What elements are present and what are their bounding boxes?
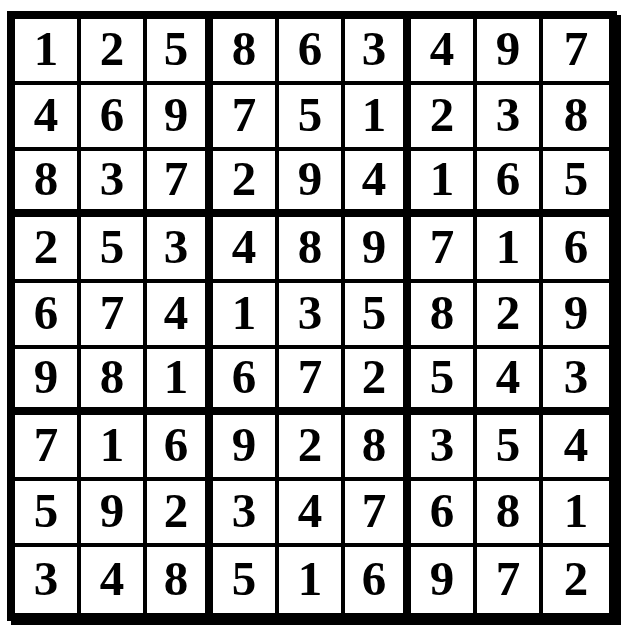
cell-r8c5[interactable]: 4 xyxy=(279,481,345,547)
cell-digit: 9 xyxy=(430,554,455,603)
cell-digit: 6 xyxy=(164,420,189,469)
cell-r8c7[interactable]: 6 xyxy=(411,481,477,547)
cell-digit: 4 xyxy=(362,154,387,203)
cell-digit: 2 xyxy=(496,288,521,337)
cell-digit: 1 xyxy=(298,554,323,603)
cell-r2c5[interactable]: 5 xyxy=(279,85,345,151)
cell-digit: 4 xyxy=(34,90,59,139)
cell-digit: 2 xyxy=(564,554,589,603)
cell-digit: 5 xyxy=(362,288,387,337)
cell-digit: 1 xyxy=(430,154,455,203)
cell-digit: 3 xyxy=(496,90,521,139)
cell-r5c4[interactable]: 1 xyxy=(213,283,279,349)
cell-digit: 7 xyxy=(100,288,125,337)
cell-digit: 1 xyxy=(100,420,125,469)
cell-r3c7[interactable]: 1 xyxy=(411,151,477,217)
cell-digit: 3 xyxy=(232,486,257,535)
cell-digit: 4 xyxy=(232,222,257,271)
cell-digit: 9 xyxy=(362,222,387,271)
cell-digit: 4 xyxy=(298,486,323,535)
cell-r2c1[interactable]: 4 xyxy=(15,85,81,151)
cell-digit: 9 xyxy=(298,154,323,203)
cell-digit: 3 xyxy=(100,154,125,203)
cell-digit: 6 xyxy=(298,24,323,73)
cell-r8c3[interactable]: 2 xyxy=(147,481,213,547)
cell-digit: 8 xyxy=(232,24,257,73)
cell-digit: 4 xyxy=(496,352,521,401)
cell-r2c8[interactable]: 3 xyxy=(477,85,543,151)
cell-digit: 8 xyxy=(496,486,521,535)
cell-r6c5[interactable]: 7 xyxy=(279,349,345,415)
cell-digit: 8 xyxy=(362,420,387,469)
cell-digit: 2 xyxy=(34,222,59,271)
cell-r6c6[interactable]: 2 xyxy=(345,349,411,415)
cell-r4c2[interactable]: 5 xyxy=(81,217,147,283)
cell-digit: 8 xyxy=(164,554,189,603)
cell-digit: 3 xyxy=(430,420,455,469)
cell-digit: 7 xyxy=(362,486,387,535)
cell-r5c6[interactable]: 5 xyxy=(345,283,411,349)
cell-r6c2[interactable]: 8 xyxy=(81,349,147,415)
cell-digit: 6 xyxy=(564,222,589,271)
cell-r6c1[interactable]: 9 xyxy=(15,349,81,415)
cell-digit: 3 xyxy=(298,288,323,337)
cell-digit: 5 xyxy=(496,420,521,469)
cell-r9c4[interactable]: 5 xyxy=(213,547,279,613)
cell-r9c8[interactable]: 7 xyxy=(477,547,543,613)
cell-digit: 5 xyxy=(100,222,125,271)
cell-digit: 7 xyxy=(164,154,189,203)
cell-digit: 2 xyxy=(430,90,455,139)
cell-r1c3[interactable]: 5 xyxy=(147,19,213,85)
cell-r2c7[interactable]: 2 xyxy=(411,85,477,151)
cell-digit: 3 xyxy=(34,554,59,603)
cell-r2c9[interactable]: 8 xyxy=(543,85,609,151)
cell-r8c9[interactable]: 1 xyxy=(543,481,609,547)
cell-r8c2[interactable]: 9 xyxy=(81,481,147,547)
cell-digit: 5 xyxy=(232,554,257,603)
sudoku-board: 1258634974697512388372941652534897166741… xyxy=(7,11,617,621)
cell-r9c5[interactable]: 1 xyxy=(279,547,345,613)
cell-r7c6[interactable]: 8 xyxy=(345,415,411,481)
cell-r7c3[interactable]: 6 xyxy=(147,415,213,481)
cell-r8c8[interactable]: 8 xyxy=(477,481,543,547)
cell-r4c1[interactable]: 2 xyxy=(15,217,81,283)
cell-r4c7[interactable]: 7 xyxy=(411,217,477,283)
cell-digit: 4 xyxy=(164,288,189,337)
cell-digit: 6 xyxy=(232,352,257,401)
cell-r2c3[interactable]: 9 xyxy=(147,85,213,151)
cell-digit: 6 xyxy=(430,486,455,535)
cell-digit: 5 xyxy=(298,90,323,139)
cell-digit: 4 xyxy=(564,420,589,469)
cell-r1c9[interactable]: 7 xyxy=(543,19,609,85)
cell-digit: 6 xyxy=(100,90,125,139)
cell-r7c5[interactable]: 2 xyxy=(279,415,345,481)
cell-digit: 8 xyxy=(430,288,455,337)
cell-digit: 5 xyxy=(34,486,59,535)
cell-r1c1[interactable]: 1 xyxy=(15,19,81,85)
cell-r3c6[interactable]: 4 xyxy=(345,151,411,217)
cell-r5c1[interactable]: 6 xyxy=(15,283,81,349)
cell-digit: 1 xyxy=(232,288,257,337)
cell-digit: 2 xyxy=(362,352,387,401)
cell-r4c3[interactable]: 3 xyxy=(147,217,213,283)
cell-r4c5[interactable]: 8 xyxy=(279,217,345,283)
cell-digit: 3 xyxy=(164,222,189,271)
cell-r5c9[interactable]: 9 xyxy=(543,283,609,349)
cell-digit: 9 xyxy=(496,24,521,73)
cell-r9c9[interactable]: 2 xyxy=(543,547,609,613)
cell-r3c9[interactable]: 5 xyxy=(543,151,609,217)
cell-r7c4[interactable]: 9 xyxy=(213,415,279,481)
cell-r2c2[interactable]: 6 xyxy=(81,85,147,151)
cell-r1c4[interactable]: 8 xyxy=(213,19,279,85)
cell-digit: 9 xyxy=(164,90,189,139)
cell-digit: 4 xyxy=(430,24,455,73)
cell-digit: 8 xyxy=(564,90,589,139)
cell-r3c2[interactable]: 3 xyxy=(81,151,147,217)
cell-digit: 7 xyxy=(430,222,455,271)
cell-digit: 4 xyxy=(100,554,125,603)
cell-digit: 1 xyxy=(362,90,387,139)
cell-digit: 6 xyxy=(496,154,521,203)
cell-r7c1[interactable]: 7 xyxy=(15,415,81,481)
cell-digit: 1 xyxy=(496,222,521,271)
cell-digit: 3 xyxy=(362,24,387,73)
cell-digit: 9 xyxy=(34,352,59,401)
cell-digit: 7 xyxy=(496,554,521,603)
cell-r7c9[interactable]: 4 xyxy=(543,415,609,481)
cell-r6c3[interactable]: 1 xyxy=(147,349,213,415)
cell-r4c8[interactable]: 1 xyxy=(477,217,543,283)
cell-r4c4[interactable]: 4 xyxy=(213,217,279,283)
cell-r1c8[interactable]: 9 xyxy=(477,19,543,85)
cell-digit: 6 xyxy=(362,554,387,603)
cell-r6c8[interactable]: 4 xyxy=(477,349,543,415)
cell-r6c9[interactable]: 3 xyxy=(543,349,609,415)
cell-r9c1[interactable]: 3 xyxy=(15,547,81,613)
cell-digit: 7 xyxy=(34,420,59,469)
cell-r9c6[interactable]: 6 xyxy=(345,547,411,613)
cell-r1c2[interactable]: 2 xyxy=(81,19,147,85)
cell-digit: 2 xyxy=(298,420,323,469)
cell-r6c7[interactable]: 5 xyxy=(411,349,477,415)
cell-digit: 9 xyxy=(100,486,125,535)
cell-r3c5[interactable]: 9 xyxy=(279,151,345,217)
cell-r1c5[interactable]: 6 xyxy=(279,19,345,85)
cell-r5c8[interactable]: 2 xyxy=(477,283,543,349)
cell-digit: 1 xyxy=(564,486,589,535)
cell-r8c1[interactable]: 5 xyxy=(15,481,81,547)
cell-digit: 7 xyxy=(232,90,257,139)
cell-r4c6[interactable]: 9 xyxy=(345,217,411,283)
cell-r1c6[interactable]: 3 xyxy=(345,19,411,85)
cell-r9c2[interactable]: 4 xyxy=(81,547,147,613)
cell-digit: 3 xyxy=(564,352,589,401)
cell-r1c7[interactable]: 4 xyxy=(411,19,477,85)
cell-r2c6[interactable]: 1 xyxy=(345,85,411,151)
cell-r3c8[interactable]: 6 xyxy=(477,151,543,217)
cell-digit: 9 xyxy=(232,420,257,469)
cell-r7c7[interactable]: 3 xyxy=(411,415,477,481)
cell-r3c4[interactable]: 2 xyxy=(213,151,279,217)
cell-r9c3[interactable]: 8 xyxy=(147,547,213,613)
cell-r8c4[interactable]: 3 xyxy=(213,481,279,547)
cell-digit: 1 xyxy=(34,24,59,73)
cell-r5c3[interactable]: 4 xyxy=(147,283,213,349)
cell-r9c7[interactable]: 9 xyxy=(411,547,477,613)
cell-digit: 8 xyxy=(100,352,125,401)
cell-digit: 5 xyxy=(430,352,455,401)
cell-r7c2[interactable]: 1 xyxy=(81,415,147,481)
cell-digit: 2 xyxy=(232,154,257,203)
cell-r5c5[interactable]: 3 xyxy=(279,283,345,349)
cell-digit: 7 xyxy=(298,352,323,401)
cell-digit: 6 xyxy=(34,288,59,337)
cell-digit: 1 xyxy=(164,352,189,401)
cell-digit: 2 xyxy=(164,486,189,535)
cell-digit: 7 xyxy=(564,24,589,73)
cell-r3c3[interactable]: 7 xyxy=(147,151,213,217)
cell-r7c8[interactable]: 5 xyxy=(477,415,543,481)
cell-r5c7[interactable]: 8 xyxy=(411,283,477,349)
cell-r2c4[interactable]: 7 xyxy=(213,85,279,151)
cell-digit: 9 xyxy=(564,288,589,337)
cell-r6c4[interactable]: 6 xyxy=(213,349,279,415)
cell-r5c2[interactable]: 7 xyxy=(81,283,147,349)
cell-digit: 2 xyxy=(100,24,125,73)
cell-digit: 5 xyxy=(164,24,189,73)
cell-digit: 8 xyxy=(34,154,59,203)
cell-r3c1[interactable]: 8 xyxy=(15,151,81,217)
cell-r8c6[interactable]: 7 xyxy=(345,481,411,547)
cell-digit: 8 xyxy=(298,222,323,271)
cell-r4c9[interactable]: 6 xyxy=(543,217,609,283)
cell-digit: 5 xyxy=(564,154,589,203)
